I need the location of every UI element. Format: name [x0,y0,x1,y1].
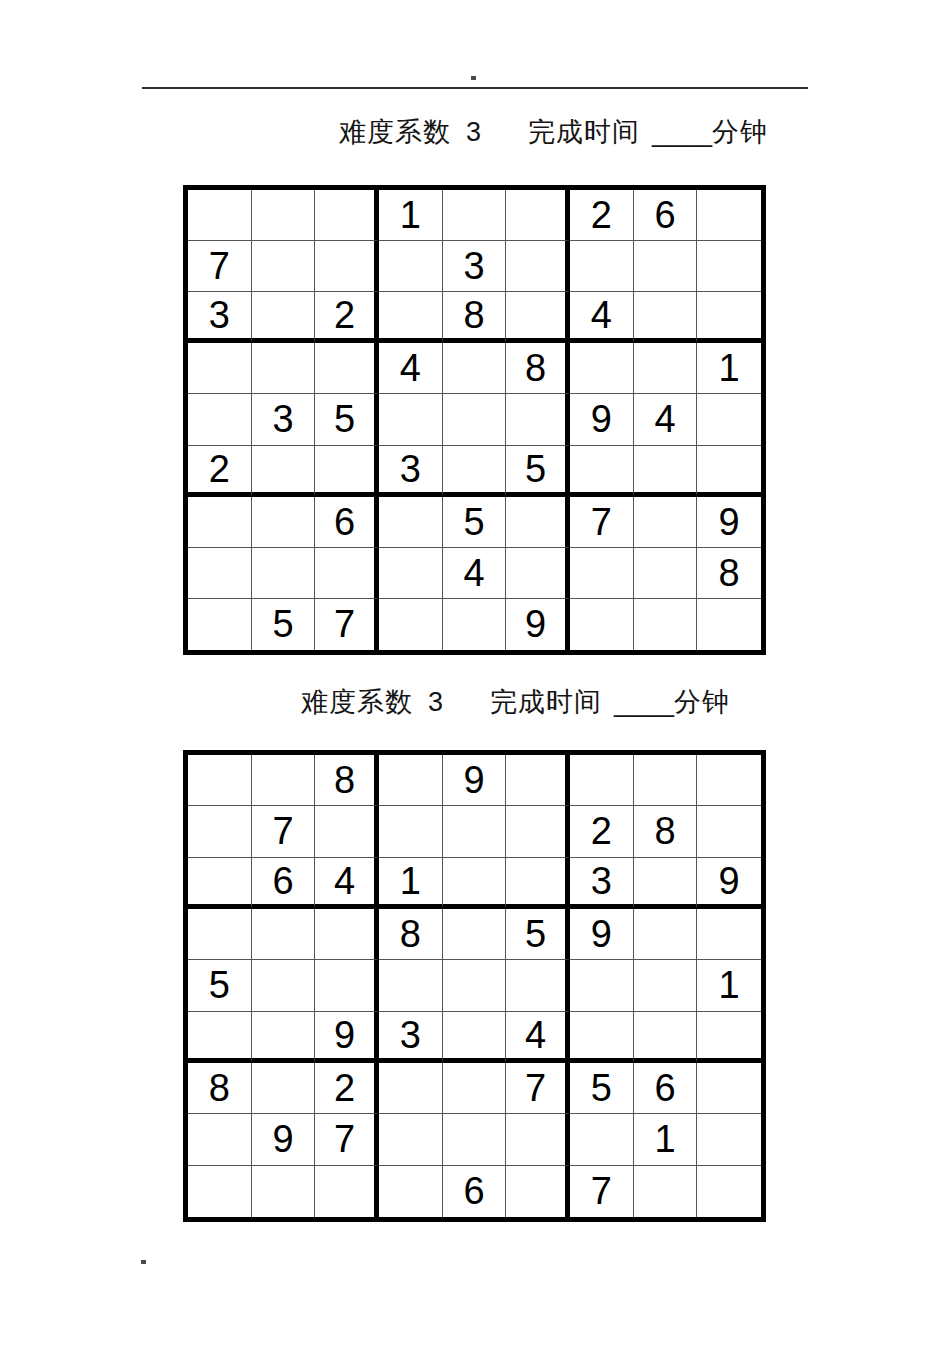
sudoku-cell-r4c7[interactable] [570,343,634,394]
sudoku-cell-r8c8[interactable] [634,548,698,599]
sudoku-cell-r7c7[interactable]: 5 [570,1063,634,1114]
sudoku-cell-r1c8[interactable] [634,755,698,806]
sudoku-cell-r7c5[interactable]: 5 [443,497,507,548]
sudoku-cell-r7c2[interactable] [252,1063,316,1114]
sudoku-cell-r5c4[interactable] [379,394,443,445]
sudoku-cell-r8c4[interactable] [379,548,443,599]
sudoku-cell-r2c3[interactable] [315,241,379,292]
sudoku-cell-r3c1[interactable] [188,858,252,909]
sudoku-cell-r9c9[interactable] [697,599,761,650]
minutes-unit-label: 分钟 [712,117,768,147]
sudoku-cell-r2c7[interactable]: 2 [570,806,634,857]
sudoku-cell-r8c9[interactable] [697,1114,761,1165]
sudoku-cell-r9c5[interactable] [443,599,507,650]
stray-dot-top [471,76,476,80]
sudoku-cell-r6c4[interactable]: 3 [379,446,443,497]
sudoku-cell-r3c4[interactable]: 1 [379,858,443,909]
sudoku-cell-r8c2[interactable]: 9 [252,1114,316,1165]
sudoku-cell-r8c1[interactable] [188,548,252,599]
sudoku-cell-r7c4[interactable] [379,1063,443,1114]
sudoku-cell-r2c7[interactable] [570,241,634,292]
top-horizontal-rule [142,87,808,89]
sudoku-cell-r6c4[interactable]: 3 [379,1012,443,1063]
sudoku-cell-r3c7[interactable]: 4 [570,292,634,343]
sudoku-cell-r9c6[interactable]: 9 [506,599,570,650]
sudoku-cell-r8c5[interactable]: 4 [443,548,507,599]
sudoku-cell-r9c1[interactable] [188,599,252,650]
sudoku-cell-r4c3[interactable] [315,343,379,394]
sudoku-cell-r6c1[interactable]: 2 [188,446,252,497]
sudoku-cell-r4c6[interactable]: 5 [506,909,570,960]
minutes-unit-label: 分钟 [674,687,730,717]
sudoku-cell-r4c9[interactable] [697,909,761,960]
sudoku-cell-r1c8[interactable]: 6 [634,190,698,241]
sudoku-cell-r4c8[interactable] [634,343,698,394]
sudoku-cell-r4c2[interactable] [252,909,316,960]
sudoku-cell-r7c9[interactable] [697,1063,761,1114]
sudoku-cell-r8c1[interactable] [188,1114,252,1165]
completion-time-label: 完成时间 [528,117,640,147]
stray-dot-bottom [141,1260,146,1264]
sudoku-cell-r3c1[interactable]: 3 [188,292,252,343]
sudoku-cell-r2c9[interactable] [697,806,761,857]
sudoku-cell-r3c8[interactable] [634,858,698,909]
sudoku-cell-r7c8[interactable]: 6 [634,1063,698,1114]
sudoku-cell-r4c8[interactable] [634,909,698,960]
sudoku-cell-r5c9[interactable]: 1 [697,960,761,1011]
sudoku-cell-r6c6[interactable]: 5 [506,446,570,497]
sudoku-cell-r2c1[interactable] [188,806,252,857]
sudoku-cell-r6c5[interactable] [443,1012,507,1063]
sudoku-cell-r9c6[interactable] [506,1166,570,1217]
sudoku-cell-r4c2[interactable] [252,343,316,394]
sudoku-cell-r7c9[interactable]: 9 [697,497,761,548]
completion-time-blank[interactable]: ____ [652,117,712,147]
sudoku-cell-r8c4[interactable] [379,1114,443,1165]
sudoku-cell-r7c6[interactable]: 7 [506,1063,570,1114]
sudoku-cell-r9c2[interactable] [252,1166,316,1217]
sudoku-cell-r5c8[interactable] [634,960,698,1011]
sudoku-cell-r7c5[interactable] [443,1063,507,1114]
sudoku-cell-r4c7[interactable]: 9 [570,909,634,960]
sudoku-cell-r1c2[interactable] [252,755,316,806]
sudoku-cell-r8c7[interactable] [570,548,634,599]
sudoku-cell-r3c2[interactable]: 6 [252,858,316,909]
sudoku-cell-r5c2[interactable] [252,960,316,1011]
sudoku-cell-r6c9[interactable] [697,446,761,497]
sudoku-cell-r5c5[interactable] [443,960,507,1011]
sudoku-cell-r1c4[interactable] [379,755,443,806]
sudoku-cell-r6c8[interactable] [634,1012,698,1063]
sudoku-cell-r9c3[interactable]: 7 [315,599,379,650]
sudoku-cell-r6c2[interactable] [252,446,316,497]
sudoku-cell-r5c7[interactable] [570,960,634,1011]
sudoku-cell-r9c8[interactable] [634,1166,698,1217]
sudoku-cell-r5c9[interactable] [697,394,761,445]
sudoku-cell-r3c3[interactable]: 2 [315,292,379,343]
sudoku-cell-r6c9[interactable] [697,1012,761,1063]
sudoku-cell-r5c6[interactable] [506,394,570,445]
sudoku-cell-r2c6[interactable] [506,241,570,292]
worksheet-page: { "game": "sudoku", "position": [ "...1.… [0,0,950,1345]
sudoku-cell-r2c3[interactable] [315,806,379,857]
sudoku-cell-r9c4[interactable] [379,1166,443,1217]
sudoku-cell-r4c4[interactable]: 4 [379,343,443,394]
sudoku-cell-r5c1[interactable] [188,394,252,445]
sudoku-cell-r2c8[interactable] [634,241,698,292]
sudoku-cell-r7c7[interactable]: 7 [570,497,634,548]
sudoku-cell-r4c1[interactable] [188,343,252,394]
sudoku-cell-r4c5[interactable] [443,909,507,960]
sudoku-cell-r8c6[interactable] [506,548,570,599]
completion-time-label: 完成时间 [490,687,602,717]
sudoku-cell-r2c2[interactable] [252,241,316,292]
sudoku-cell-r6c6[interactable]: 4 [506,1012,570,1063]
sudoku-cell-r1c6[interactable] [506,190,570,241]
sudoku-cell-r8c3[interactable]: 7 [315,1114,379,1165]
sudoku-cell-r1c5[interactable] [443,190,507,241]
sudoku-cell-r8c9[interactable]: 8 [697,548,761,599]
sudoku-cell-r3c8[interactable] [634,292,698,343]
sudoku-cell-r5c3[interactable] [315,960,379,1011]
sudoku-cell-r8c6[interactable] [506,1114,570,1165]
sudoku-cell-r2c2[interactable]: 7 [252,806,316,857]
sudoku-cell-r5c2[interactable]: 3 [252,394,316,445]
sudoku-cell-r1c1[interactable] [188,755,252,806]
sudoku-cell-r2c8[interactable]: 8 [634,806,698,857]
completion-time-blank[interactable]: ____ [614,687,674,717]
sudoku-cell-r1c3[interactable] [315,190,379,241]
sudoku-cell-r1c3[interactable]: 8 [315,755,379,806]
sudoku-cell-r4c3[interactable] [315,909,379,960]
sudoku-cell-r6c3[interactable] [315,446,379,497]
sudoku-cell-r2c4[interactable] [379,806,443,857]
sudoku-cell-r5c7[interactable]: 9 [570,394,634,445]
puzzle-2-header: 难度系数3完成时间____分钟 [301,684,730,720]
sudoku-cell-r4c1[interactable] [188,909,252,960]
sudoku-cell-r3c3[interactable]: 4 [315,858,379,909]
sudoku-cell-r4c4[interactable]: 8 [379,909,443,960]
sudoku-cell-r2c4[interactable] [379,241,443,292]
sudoku-cell-r5c4[interactable] [379,960,443,1011]
sudoku-cell-r5c6[interactable] [506,960,570,1011]
sudoku-cell-r9c7[interactable]: 7 [570,1166,634,1217]
sudoku-grid-1: 1267332844813594235657948579 [183,185,766,655]
sudoku-cell-r3c5[interactable] [443,858,507,909]
sudoku-cell-r6c8[interactable] [634,446,698,497]
sudoku-cell-r1c7[interactable]: 2 [570,190,634,241]
sudoku-cell-r1c9[interactable] [697,190,761,241]
difficulty-label: 难度系数 [339,117,451,147]
sudoku-cell-r3c9[interactable] [697,292,761,343]
sudoku-cell-r6c2[interactable] [252,1012,316,1063]
sudoku-cell-r4c9[interactable]: 1 [697,343,761,394]
sudoku-cell-r3c9[interactable]: 9 [697,858,761,909]
sudoku-cell-r2c5[interactable] [443,806,507,857]
sudoku-cell-r8c3[interactable] [315,548,379,599]
sudoku-cell-r7c1[interactable]: 8 [188,1063,252,1114]
sudoku-cell-r8c8[interactable]: 1 [634,1114,698,1165]
sudoku-cell-r5c8[interactable]: 4 [634,394,698,445]
sudoku-cell-r2c1[interactable]: 7 [188,241,252,292]
sudoku-cell-r6c5[interactable] [443,446,507,497]
sudoku-cell-r4c5[interactable] [443,343,507,394]
difficulty-value: 3 [466,117,482,147]
sudoku-cell-r3c6[interactable] [506,858,570,909]
sudoku-cell-r5c5[interactable] [443,394,507,445]
sudoku-cell-r7c4[interactable] [379,497,443,548]
sudoku-cell-r2c5[interactable]: 3 [443,241,507,292]
sudoku-cell-r9c7[interactable] [570,599,634,650]
sudoku-cell-r3c7[interactable]: 3 [570,858,634,909]
sudoku-cell-r2c9[interactable] [697,241,761,292]
sudoku-cell-r1c5[interactable]: 9 [443,755,507,806]
sudoku-cell-r5c3[interactable]: 5 [315,394,379,445]
sudoku-cell-r8c2[interactable] [252,548,316,599]
sudoku-cell-r1c4[interactable]: 1 [379,190,443,241]
sudoku-cell-r3c2[interactable] [252,292,316,343]
sudoku-cell-r9c4[interactable] [379,599,443,650]
sudoku-cell-r4c6[interactable]: 8 [506,343,570,394]
sudoku-cell-r9c1[interactable] [188,1166,252,1217]
sudoku-cell-r9c2[interactable]: 5 [252,599,316,650]
sudoku-cell-r5c1[interactable]: 5 [188,960,252,1011]
sudoku-cell-r8c7[interactable] [570,1114,634,1165]
sudoku-cell-r8c5[interactable] [443,1114,507,1165]
sudoku-cell-r6c3[interactable]: 9 [315,1012,379,1063]
sudoku-cell-r3c5[interactable]: 8 [443,292,507,343]
sudoku-cell-r6c7[interactable] [570,1012,634,1063]
sudoku-cell-r7c3[interactable]: 6 [315,497,379,548]
sudoku-cell-r1c6[interactable] [506,755,570,806]
sudoku-cell-r7c2[interactable] [252,497,316,548]
sudoku-cell-r7c1[interactable] [188,497,252,548]
sudoku-grid-2: 8972864139859519348275697167 [183,750,766,1222]
sudoku-cell-r6c1[interactable] [188,1012,252,1063]
sudoku-cell-r3c6[interactable] [506,292,570,343]
sudoku-cell-r7c6[interactable] [506,497,570,548]
sudoku-cell-r2c6[interactable] [506,806,570,857]
puzzle-1-header: 难度系数3完成时间____分钟 [339,114,768,150]
sudoku-cell-r1c9[interactable] [697,755,761,806]
sudoku-cell-r1c2[interactable] [252,190,316,241]
sudoku-cell-r9c3[interactable] [315,1166,379,1217]
difficulty-value: 3 [428,687,444,717]
sudoku-cell-r6c7[interactable] [570,446,634,497]
sudoku-cell-r3c4[interactable] [379,292,443,343]
sudoku-cell-r9c5[interactable]: 6 [443,1166,507,1217]
sudoku-cell-r9c9[interactable] [697,1166,761,1217]
sudoku-cell-r1c1[interactable] [188,190,252,241]
difficulty-label: 难度系数 [301,687,413,717]
sudoku-cell-r7c3[interactable]: 2 [315,1063,379,1114]
sudoku-cell-r1c7[interactable] [570,755,634,806]
sudoku-cell-r9c8[interactable] [634,599,698,650]
sudoku-cell-r7c8[interactable] [634,497,698,548]
